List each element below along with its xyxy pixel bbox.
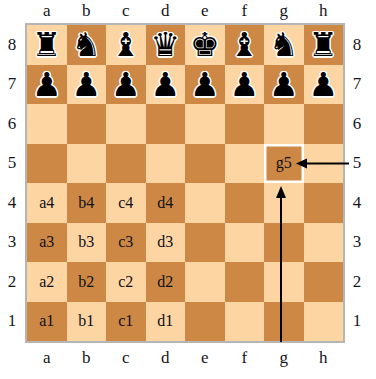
rank-label-3: 3 (345, 223, 369, 263)
square-coordinate-label: a1 (39, 313, 54, 329)
file-label-e: e (185, 344, 225, 372)
square-c4[interactable]: c4 (106, 183, 146, 223)
square-h3[interactable] (304, 223, 344, 263)
black-pawn[interactable]: ♟ (269, 65, 299, 104)
black-rook[interactable]: ♜ (32, 25, 62, 64)
black-pawn[interactable]: ♟ (190, 65, 220, 104)
file-label-f: f (225, 344, 265, 372)
square-f8[interactable]: ♝ (225, 25, 265, 65)
square-d1[interactable]: d1 (146, 302, 186, 342)
square-e7[interactable]: ♟ (185, 65, 225, 105)
file-labels-top: abcdefgh (27, 0, 343, 22)
square-e5[interactable] (185, 144, 225, 184)
square-e1[interactable] (185, 302, 225, 342)
file-label-b: b (67, 344, 107, 372)
square-d8[interactable]: ♛ (146, 25, 186, 65)
square-coordinate-label: c4 (118, 195, 133, 211)
square-f2[interactable] (225, 262, 265, 302)
file-label-g: g (264, 0, 304, 22)
square-d7[interactable]: ♟ (146, 65, 186, 105)
square-a4[interactable]: a4 (27, 183, 67, 223)
black-knight[interactable]: ♞ (71, 25, 101, 64)
square-d5[interactable] (146, 144, 186, 184)
rank-label-5: 5 (345, 144, 369, 184)
square-b3[interactable]: b3 (67, 223, 107, 263)
rank-label-6: 6 (345, 104, 369, 144)
square-d6[interactable] (146, 104, 186, 144)
square-b8[interactable]: ♞ (67, 25, 107, 65)
rank-label-1: 1 (0, 302, 24, 342)
square-coordinate-label: g5 (276, 155, 292, 171)
square-h2[interactable] (304, 262, 344, 302)
square-a6[interactable] (27, 104, 67, 144)
square-h7[interactable]: ♟ (304, 65, 344, 105)
square-coordinate-label: a2 (39, 274, 54, 290)
square-h6[interactable] (304, 104, 344, 144)
black-bishop[interactable]: ♝ (229, 25, 259, 64)
file-label-a: a (27, 0, 67, 22)
square-g6[interactable] (264, 104, 304, 144)
square-b2[interactable]: b2 (67, 262, 107, 302)
rank-label-7: 7 (0, 65, 24, 105)
square-c5[interactable] (106, 144, 146, 184)
square-f5[interactable] (225, 144, 265, 184)
square-b6[interactable] (67, 104, 107, 144)
rank-label-4: 4 (345, 183, 369, 223)
square-g1[interactable] (264, 302, 304, 342)
file-label-d: d (146, 344, 186, 372)
file-label-h: h (304, 0, 344, 22)
square-coordinate-label: d2 (157, 274, 173, 290)
square-h5[interactable] (304, 144, 344, 184)
square-e6[interactable] (185, 104, 225, 144)
square-a1[interactable]: a1 (27, 302, 67, 342)
square-b5[interactable] (67, 144, 107, 184)
square-a2[interactable]: a2 (27, 262, 67, 302)
square-coordinate-label: a4 (39, 195, 54, 211)
square-e8[interactable]: ♚ (185, 25, 225, 65)
black-pawn[interactable]: ♟ (111, 65, 141, 104)
square-coordinate-label: b4 (78, 195, 94, 211)
square-c6[interactable] (106, 104, 146, 144)
black-pawn[interactable]: ♟ (229, 65, 259, 104)
square-e3[interactable] (185, 223, 225, 263)
square-f3[interactable] (225, 223, 265, 263)
square-e4[interactable] (185, 183, 225, 223)
rank-label-6: 6 (0, 104, 24, 144)
square-h4[interactable] (304, 183, 344, 223)
square-a8[interactable]: ♜ (27, 25, 67, 65)
black-pawn[interactable]: ♟ (150, 65, 180, 104)
square-f4[interactable] (225, 183, 265, 223)
square-a5[interactable] (27, 144, 67, 184)
square-coordinate-label: a3 (39, 234, 54, 250)
square-c3[interactable]: c3 (106, 223, 146, 263)
chess-diagram: abcdefgh 87654321 87654321 abcdefgh ♜♞♝♛… (0, 0, 376, 379)
square-coordinate-label: b2 (78, 274, 94, 290)
square-b4[interactable]: b4 (67, 183, 107, 223)
rank-label-4: 4 (0, 183, 24, 223)
square-c8[interactable]: ♝ (106, 25, 146, 65)
file-label-d: d (146, 0, 186, 22)
rank-labels-left: 87654321 (0, 25, 24, 341)
file-label-h: h (304, 344, 344, 372)
square-f7[interactable]: ♟ (225, 65, 265, 105)
black-pawn[interactable]: ♟ (308, 65, 338, 104)
square-a3[interactable]: a3 (27, 223, 67, 263)
square-g8[interactable]: ♞ (264, 25, 304, 65)
square-b1[interactable]: b1 (67, 302, 107, 342)
square-a7[interactable]: ♟ (27, 65, 67, 105)
square-c1[interactable]: c1 (106, 302, 146, 342)
rank-label-5: 5 (0, 144, 24, 184)
black-knight[interactable]: ♞ (269, 25, 299, 64)
file-label-g: g (264, 344, 304, 372)
square-coordinate-label: b1 (78, 313, 94, 329)
black-pawn[interactable]: ♟ (71, 65, 101, 104)
file-label-f: f (225, 0, 265, 22)
square-coordinate-label: c2 (118, 274, 133, 290)
square-coordinate-label: d1 (157, 313, 173, 329)
square-g2[interactable] (264, 262, 304, 302)
file-labels-bottom: abcdefgh (27, 344, 343, 372)
square-h8[interactable]: ♜ (304, 25, 344, 65)
file-label-e: e (185, 0, 225, 22)
black-queen[interactable]: ♛ (150, 25, 180, 64)
square-h1[interactable] (304, 302, 344, 342)
black-king[interactable]: ♚ (190, 25, 220, 64)
black-bishop[interactable]: ♝ (111, 25, 141, 64)
chess-board: ♜♞♝♛♚♝♞♜♟♟♟♟♟♟♟♟g5a4b4c4d4a3b3c3d3a2b2c2… (25, 23, 345, 343)
square-coordinate-label: d4 (157, 195, 173, 211)
highlighted-square-g5[interactable]: g5 (264, 144, 304, 184)
rank-label-8: 8 (0, 25, 24, 65)
black-pawn[interactable]: ♟ (32, 65, 62, 104)
square-e2[interactable] (185, 262, 225, 302)
file-label-b: b (67, 0, 107, 22)
rank-label-2: 2 (345, 262, 369, 302)
rank-labels-right: 87654321 (345, 25, 369, 341)
square-g4[interactable] (264, 183, 304, 223)
square-f1[interactable] (225, 302, 265, 342)
square-d3[interactable]: d3 (146, 223, 186, 263)
square-d2[interactable]: d2 (146, 262, 186, 302)
file-label-c: c (106, 0, 146, 22)
square-f6[interactable] (225, 104, 265, 144)
black-rook[interactable]: ♜ (308, 25, 338, 64)
square-g7[interactable]: ♟ (264, 65, 304, 105)
rank-label-7: 7 (345, 65, 369, 105)
square-c2[interactable]: c2 (106, 262, 146, 302)
rank-label-8: 8 (345, 25, 369, 65)
square-coordinate-label: c1 (118, 313, 133, 329)
rank-label-2: 2 (0, 262, 24, 302)
square-d4[interactable]: d4 (146, 183, 186, 223)
square-g3[interactable] (264, 223, 304, 263)
square-coordinate-label: c3 (118, 234, 133, 250)
square-coordinate-label: d3 (157, 234, 173, 250)
square-coordinate-label: b3 (78, 234, 94, 250)
file-label-a: a (27, 344, 67, 372)
file-label-c: c (106, 344, 146, 372)
rank-label-3: 3 (0, 223, 24, 263)
square-c7[interactable]: ♟ (106, 65, 146, 105)
square-b7[interactable]: ♟ (67, 65, 107, 105)
rank-label-1: 1 (345, 302, 369, 342)
